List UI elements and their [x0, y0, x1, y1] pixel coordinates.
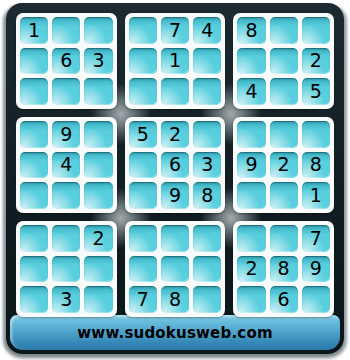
sudoku-box-3-2: 78: [125, 221, 226, 317]
sudoku-panel: www.sudokusweb.com 163741824594526398928…: [6, 3, 344, 354]
cell-r2c4[interactable]: [129, 48, 157, 75]
cell-r7c5[interactable]: [161, 225, 189, 252]
cell-r5c8[interactable]: 2: [270, 152, 298, 179]
cell-r3c1[interactable]: [20, 78, 48, 105]
cell-r8c4[interactable]: [129, 256, 157, 283]
cell-r5c3[interactable]: [84, 152, 112, 179]
cell-r5c7[interactable]: 9: [237, 152, 265, 179]
sudoku-box-1-1: 163: [16, 13, 117, 109]
cell-r8c6[interactable]: [193, 256, 221, 283]
cell-r9c4[interactable]: 7: [129, 286, 157, 313]
cell-r5c1[interactable]: [20, 152, 48, 179]
cell-r3c7[interactable]: 4: [237, 78, 265, 105]
cell-r3c3[interactable]: [84, 78, 112, 105]
cell-r9c9[interactable]: [302, 286, 330, 313]
cell-r4c9[interactable]: [302, 121, 330, 148]
cell-r7c4[interactable]: [129, 225, 157, 252]
sudoku-box-2-1: 94: [16, 117, 117, 213]
cell-r1c7[interactable]: 8: [237, 17, 265, 44]
cell-r6c5[interactable]: 9: [161, 182, 189, 209]
cell-r9c1[interactable]: [20, 286, 48, 313]
cell-r2c8[interactable]: [270, 48, 298, 75]
cell-r6c1[interactable]: [20, 182, 48, 209]
cell-r2c1[interactable]: [20, 48, 48, 75]
cell-r5c9[interactable]: 8: [302, 152, 330, 179]
cell-r6c3[interactable]: [84, 182, 112, 209]
cell-r9c6[interactable]: [193, 286, 221, 313]
cell-r7c2[interactable]: [52, 225, 80, 252]
cell-r1c8[interactable]: [270, 17, 298, 44]
cell-r7c1[interactable]: [20, 225, 48, 252]
cell-r4c4[interactable]: 5: [129, 121, 157, 148]
cell-r3c8[interactable]: [270, 78, 298, 105]
cell-r9c7[interactable]: [237, 286, 265, 313]
cell-r4c7[interactable]: [237, 121, 265, 148]
cell-r8c5[interactable]: [161, 256, 189, 283]
cell-r5c4[interactable]: [129, 152, 157, 179]
cell-r4c1[interactable]: [20, 121, 48, 148]
cell-r8c7[interactable]: 2: [237, 256, 265, 283]
cell-r1c4[interactable]: [129, 17, 157, 44]
cell-r1c2[interactable]: [52, 17, 80, 44]
cell-r6c6[interactable]: 8: [193, 182, 221, 209]
cell-r1c5[interactable]: 7: [161, 17, 189, 44]
cell-r3c9[interactable]: 5: [302, 78, 330, 105]
site-url: www.sudokusweb.com: [77, 324, 272, 342]
sudoku-box-2-2: 526398: [125, 117, 226, 213]
cell-r2c3[interactable]: 3: [84, 48, 112, 75]
footer-bar: www.sudokusweb.com: [10, 315, 340, 350]
sudoku-screenshot: www.sudokusweb.com 163741824594526398928…: [0, 0, 350, 360]
cell-r9c5[interactable]: 8: [161, 286, 189, 313]
cell-r1c1[interactable]: 1: [20, 17, 48, 44]
sudoku-grid: 1637418245945263989281237872896: [16, 13, 334, 317]
cell-r9c3[interactable]: [84, 286, 112, 313]
cell-r5c5[interactable]: 6: [161, 152, 189, 179]
cell-r4c5[interactable]: 2: [161, 121, 189, 148]
cell-r3c6[interactable]: [193, 78, 221, 105]
cell-r1c3[interactable]: [84, 17, 112, 44]
cell-r7c7[interactable]: [237, 225, 265, 252]
cell-r6c7[interactable]: [237, 182, 265, 209]
cell-r2c9[interactable]: 2: [302, 48, 330, 75]
sudoku-box-2-3: 9281: [233, 117, 334, 213]
cell-r2c6[interactable]: [193, 48, 221, 75]
sudoku-box-3-3: 72896: [233, 221, 334, 317]
cell-r6c8[interactable]: [270, 182, 298, 209]
cell-r5c6[interactable]: 3: [193, 152, 221, 179]
cell-r8c3[interactable]: [84, 256, 112, 283]
cell-r1c9[interactable]: [302, 17, 330, 44]
sudoku-box-3-1: 23: [16, 221, 117, 317]
cell-r9c8[interactable]: 6: [270, 286, 298, 313]
cell-r7c6[interactable]: [193, 225, 221, 252]
cell-r4c6[interactable]: [193, 121, 221, 148]
cell-r8c9[interactable]: 9: [302, 256, 330, 283]
cell-r6c9[interactable]: 1: [302, 182, 330, 209]
cell-r6c2[interactable]: [52, 182, 80, 209]
sudoku-box-1-2: 741: [125, 13, 226, 109]
sudoku-box-1-3: 8245: [233, 13, 334, 109]
cell-r7c3[interactable]: 2: [84, 225, 112, 252]
cell-r1c6[interactable]: 4: [193, 17, 221, 44]
cell-r7c8[interactable]: [270, 225, 298, 252]
cell-r4c3[interactable]: [84, 121, 112, 148]
cell-r2c7[interactable]: [237, 48, 265, 75]
cell-r8c1[interactable]: [20, 256, 48, 283]
cell-r8c8[interactable]: 8: [270, 256, 298, 283]
cell-r8c2[interactable]: [52, 256, 80, 283]
cell-r2c2[interactable]: 6: [52, 48, 80, 75]
cell-r3c4[interactable]: [129, 78, 157, 105]
cell-r9c2[interactable]: 3: [52, 286, 80, 313]
cell-r7c9[interactable]: 7: [302, 225, 330, 252]
cell-r2c5[interactable]: 1: [161, 48, 189, 75]
cell-r4c2[interactable]: 9: [52, 121, 80, 148]
cell-r3c2[interactable]: [52, 78, 80, 105]
cell-r3c5[interactable]: [161, 78, 189, 105]
cell-r4c8[interactable]: [270, 121, 298, 148]
cell-r5c2[interactable]: 4: [52, 152, 80, 179]
cell-r6c4[interactable]: [129, 182, 157, 209]
